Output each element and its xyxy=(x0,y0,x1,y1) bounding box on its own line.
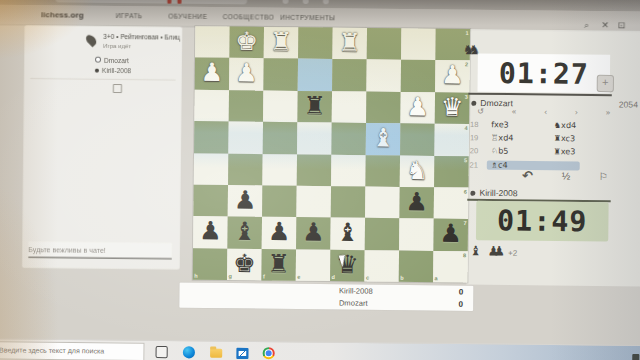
first-move-icon[interactable]: « xyxy=(512,106,517,117)
prev-move-icon[interactable]: ‹ xyxy=(544,107,547,118)
monitor-screen: lichess.org ИГРАТЬ ОБУЧЕНИЕ СООБЩЕСТВО И… xyxy=(0,0,640,360)
square-e3[interactable]: ♜ xyxy=(297,91,332,123)
square-c5[interactable] xyxy=(365,155,400,187)
game-sidebar: 3+0 • Рейтинговая • Блиц Игра идёт Dmoza… xyxy=(22,25,182,269)
file-label-d: d xyxy=(332,274,335,280)
square-g5[interactable] xyxy=(228,153,263,185)
square-a7[interactable]: ♟7 xyxy=(433,219,468,251)
nav-item-play[interactable]: ИГРАТЬ xyxy=(116,12,143,19)
file-label-c: c xyxy=(366,274,369,280)
material-advantage: +2 xyxy=(508,249,517,258)
nav-item-learn[interactable]: ОБУЧЕНИЕ xyxy=(168,13,207,20)
square-g2[interactable]: ♟ xyxy=(229,58,264,90)
square-a8[interactable]: a8 xyxy=(433,251,468,283)
square-f3[interactable] xyxy=(263,90,298,122)
move-white-18[interactable]: fxe3 xyxy=(487,120,550,130)
square-f7[interactable]: ♟ xyxy=(262,217,297,249)
nav-item-community[interactable]: СООБЩЕСТВО xyxy=(223,13,275,21)
square-g3[interactable] xyxy=(229,90,264,122)
white-pawn-b3: ♟ xyxy=(400,92,435,124)
square-a3[interactable]: ♛3 xyxy=(435,92,470,124)
square-b5[interactable]: ♞ xyxy=(400,155,435,187)
square-f5[interactable] xyxy=(262,154,297,186)
task-view-icon[interactable] xyxy=(156,346,168,358)
nav-item-tools[interactable]: ИНСТРУМЕНТЫ xyxy=(280,14,335,22)
meta-player-black: Kirill-2008 xyxy=(95,67,131,74)
move-number: 21 xyxy=(470,160,487,169)
black-rook-e3: ♜ xyxy=(297,91,332,123)
square-h7[interactable]: ♟ xyxy=(193,216,228,248)
square-b3[interactable]: ♟ xyxy=(400,92,435,124)
square-d5[interactable] xyxy=(331,154,366,186)
last-move-icon[interactable]: » xyxy=(606,107,611,118)
black-bishop-d7: ♝ xyxy=(330,218,365,250)
move-black-19[interactable]: ♜xc3 xyxy=(550,134,613,144)
black-pawn-h7: ♟ xyxy=(193,216,228,248)
game-action-buttons: ↶ ½ ⚐ xyxy=(522,168,608,185)
white-pawn-h2: ♟ xyxy=(195,58,230,90)
rank-label-1: 1 xyxy=(465,30,468,36)
tab-notification-badge xyxy=(167,0,171,4)
game-meta-status: Игра идёт xyxy=(103,42,131,48)
white-rook-f1: ♜ xyxy=(264,27,299,59)
square-e5[interactable] xyxy=(297,154,332,186)
square-c1[interactable] xyxy=(367,28,402,60)
square-b4[interactable] xyxy=(400,123,435,155)
square-f4[interactable] xyxy=(263,122,298,154)
address-bar[interactable] xyxy=(55,0,247,4)
chat-input[interactable]: Будьте вежливы в чате! xyxy=(28,242,172,260)
captured-pawns-icon: ♟♟ xyxy=(488,243,500,258)
file-label-g: g xyxy=(229,273,232,279)
square-a4[interactable]: 4 xyxy=(434,124,469,156)
player-top-rating: 2054 xyxy=(619,98,638,110)
give-time-button[interactable]: + xyxy=(597,75,614,92)
square-h1[interactable] xyxy=(195,26,230,58)
square-h8[interactable]: h xyxy=(193,248,228,280)
takeback-button[interactable]: ↶ xyxy=(522,168,533,184)
square-h3[interactable] xyxy=(194,90,229,122)
square-f6[interactable] xyxy=(262,185,297,217)
square-a5[interactable]: 5 xyxy=(434,155,469,187)
black-pawn-e7: ♟ xyxy=(296,217,331,249)
draw-offer-button[interactable]: ½ xyxy=(562,168,571,184)
file-label-a: a xyxy=(435,275,438,281)
clock-white: 01:27 xyxy=(477,53,610,93)
close-icon[interactable]: ✕ xyxy=(601,20,609,30)
black-pawn-b6: ♟ xyxy=(399,187,434,219)
rank-label-5: 5 xyxy=(464,157,467,163)
square-b2[interactable] xyxy=(401,60,436,92)
chat-tab-icon[interactable] xyxy=(113,84,122,93)
rank-label-8: 8 xyxy=(463,252,466,258)
move-number: 19 xyxy=(470,133,487,142)
square-h6[interactable] xyxy=(193,185,228,217)
square-b6[interactable]: ♟ xyxy=(399,187,434,219)
taskbar-corner-icon[interactable] xyxy=(632,354,639,360)
move-black-20[interactable]: ♜xe3 xyxy=(550,148,613,158)
white-bishop-c4: ♝ xyxy=(366,123,401,155)
square-d6[interactable] xyxy=(331,186,366,218)
square-e6[interactable] xyxy=(296,186,331,218)
sidebar-divider xyxy=(30,78,175,81)
file-label-h: h xyxy=(194,273,197,279)
square-d7[interactable]: ♝ xyxy=(330,218,365,250)
black-pawn-g6: ♟ xyxy=(228,185,263,217)
move-number: 20 xyxy=(470,147,487,156)
resign-flag-button[interactable]: ⚐ xyxy=(599,169,608,185)
square-e8[interactable]: e xyxy=(296,249,331,281)
browser-icon[interactable] xyxy=(282,0,288,4)
square-e2[interactable] xyxy=(298,59,333,91)
rank-label-4: 4 xyxy=(464,125,467,131)
windows-taskbar: Введите здесь текст для поиска xyxy=(0,338,640,360)
rank-label-6: 6 xyxy=(464,188,467,194)
score-player-name: Kirill-2008 xyxy=(339,285,373,297)
move-white-20[interactable]: ♘b5 xyxy=(487,147,550,157)
square-a6[interactable]: 6 xyxy=(434,187,469,219)
chrome-icon[interactable] xyxy=(263,347,275,359)
square-d4[interactable] xyxy=(331,123,366,155)
mail-icon[interactable] xyxy=(236,348,248,359)
site-logo[interactable]: lichess.org xyxy=(41,10,84,20)
replay-menu-icon[interactable]: ↺ xyxy=(477,106,484,117)
black-king-g8: ♚ xyxy=(227,248,262,280)
file-label-f: f xyxy=(263,273,265,279)
square-c8[interactable]: c xyxy=(364,250,399,282)
blitz-flame-icon xyxy=(84,33,98,47)
square-g7[interactable]: ♝ xyxy=(227,217,262,249)
file-label-b: b xyxy=(400,275,403,281)
white-rook-d1: ♜ xyxy=(332,28,367,60)
square-d1[interactable]: ♜ xyxy=(332,28,367,60)
captured-bishop-icon: ♝ xyxy=(470,243,482,258)
square-f1[interactable]: ♜ xyxy=(264,27,299,59)
square-b7[interactable] xyxy=(399,218,434,250)
white-pawn-g2: ♟ xyxy=(229,58,264,90)
square-d3[interactable] xyxy=(332,91,367,123)
file-explorer-icon[interactable] xyxy=(210,349,222,358)
square-c6[interactable] xyxy=(365,186,400,218)
meta-player-white: Dmozart xyxy=(95,56,129,63)
white-side-dot xyxy=(95,56,101,62)
square-g6[interactable]: ♟ xyxy=(228,185,263,217)
fullscreen-icon[interactable]: ⊡ xyxy=(618,20,626,30)
score-player-name: Dmozart xyxy=(339,297,368,309)
square-b8[interactable]: b xyxy=(399,250,434,282)
player-bottom-name[interactable]: Kirill-2008 xyxy=(479,188,517,198)
chess-board: ♚♜♜1♟♟♟2♜♟♛3♝4♞5♟♟6♟♝♟♟♝♟7h♚g♜fe♛dcba8 xyxy=(193,26,470,282)
score-row-white: Dmozart 0 xyxy=(179,296,473,311)
score-value: 0 xyxy=(459,299,464,311)
black-pawn-f7: ♟ xyxy=(262,217,297,249)
move-black-18[interactable]: ♞xd4 xyxy=(550,121,613,131)
white-king-g1: ♚ xyxy=(229,27,264,59)
square-d2[interactable] xyxy=(332,59,367,91)
black-side-dot xyxy=(95,69,99,73)
square-g8[interactable]: ♚g xyxy=(227,248,262,280)
player-status-dot xyxy=(470,191,475,196)
black-bishop-g7: ♝ xyxy=(227,217,262,249)
move-number: 18 xyxy=(470,120,487,129)
square-c7[interactable] xyxy=(365,218,400,250)
clock-black-active: 01:49 xyxy=(476,201,609,242)
black-rook-f8: ♜ xyxy=(261,249,296,281)
square-e7[interactable]: ♟ xyxy=(296,217,331,249)
file-label-e: e xyxy=(297,274,300,280)
browser-icon[interactable] xyxy=(323,0,329,4)
move-list-controls: ↺ « ‹ › » xyxy=(470,106,618,119)
rank-label-7: 7 xyxy=(463,220,466,226)
square-e1[interactable] xyxy=(298,27,333,59)
score-card: Kirill-2008 0 Dmozart 0 xyxy=(179,283,473,311)
next-move-icon[interactable]: › xyxy=(575,107,578,118)
square-b1[interactable] xyxy=(401,28,436,60)
square-c4[interactable]: ♝ xyxy=(366,123,401,155)
square-h5[interactable] xyxy=(194,153,229,185)
square-c2[interactable] xyxy=(366,60,401,92)
tab-notification-badge xyxy=(177,0,181,4)
score-value: 0 xyxy=(459,286,464,298)
edge-browser-icon[interactable] xyxy=(183,346,195,358)
square-g1[interactable]: ♚ xyxy=(229,27,264,59)
taskbar-search-input[interactable]: Введите здесь текст для поиска xyxy=(0,341,145,360)
square-f8[interactable]: ♜f xyxy=(261,249,296,281)
browser-icon[interactable] xyxy=(303,0,309,4)
white-knight-b5: ♞ xyxy=(400,155,435,187)
square-h4[interactable] xyxy=(194,121,229,153)
rank-label-2: 2 xyxy=(465,62,468,68)
game-meta-type: 3+0 • Рейтинговая • Блиц xyxy=(103,33,180,41)
square-h2[interactable]: ♟ xyxy=(195,58,230,90)
square-f2[interactable] xyxy=(263,59,298,91)
square-e4[interactable] xyxy=(297,122,332,154)
square-g4[interactable] xyxy=(228,122,263,154)
square-c3[interactable] xyxy=(366,91,401,123)
square-a2[interactable]: ♟2 xyxy=(435,60,470,92)
move-white-19[interactable]: ♖xd4 xyxy=(487,134,550,144)
move-list: 18fxe3♞xd419♖xd4♜xc320♘b5♜xe321♗c4 xyxy=(470,118,620,173)
captured-pieces-black-player: ♝♟♟+2 xyxy=(470,243,518,260)
